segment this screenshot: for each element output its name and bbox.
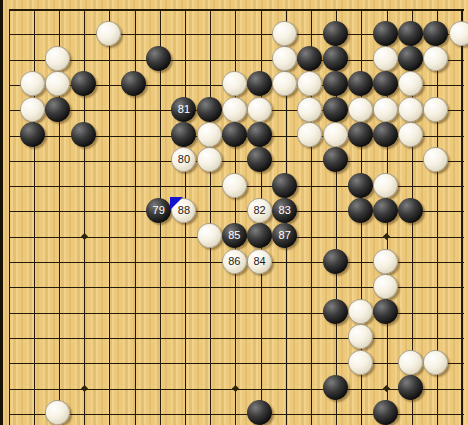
white-stone[interactable] bbox=[423, 46, 448, 71]
move-number-label: 81 bbox=[178, 104, 190, 115]
black-stone[interactable] bbox=[20, 122, 45, 147]
black-stone[interactable] bbox=[323, 71, 348, 96]
black-stone[interactable]: 79 bbox=[146, 198, 171, 223]
go-board[interactable]: 81807988828385878684 bbox=[0, 0, 468, 425]
black-stone[interactable] bbox=[121, 71, 146, 96]
black-stone[interactable] bbox=[323, 147, 348, 172]
white-stone[interactable] bbox=[423, 97, 448, 122]
black-stone[interactable] bbox=[348, 122, 373, 147]
grid-line-horizontal bbox=[9, 9, 465, 11]
white-stone[interactable] bbox=[197, 223, 222, 248]
black-stone[interactable] bbox=[45, 97, 70, 122]
black-stone[interactable] bbox=[323, 375, 348, 400]
white-stone[interactable] bbox=[348, 299, 373, 324]
white-stone[interactable] bbox=[373, 97, 398, 122]
white-stone[interactable] bbox=[247, 97, 272, 122]
black-stone[interactable] bbox=[323, 299, 348, 324]
blue-triangle-marker bbox=[170, 197, 183, 210]
white-stone[interactable] bbox=[297, 71, 322, 96]
white-stone[interactable] bbox=[323, 122, 348, 147]
white-stone[interactable] bbox=[373, 249, 398, 274]
white-stone[interactable] bbox=[449, 21, 468, 46]
white-stone[interactable] bbox=[222, 173, 247, 198]
black-stone[interactable] bbox=[323, 249, 348, 274]
black-stone[interactable]: 81 bbox=[171, 97, 196, 122]
white-stone[interactable] bbox=[45, 71, 70, 96]
black-stone[interactable] bbox=[398, 21, 423, 46]
white-stone[interactable] bbox=[197, 147, 222, 172]
black-stone[interactable] bbox=[373, 21, 398, 46]
white-stone[interactable]: 84 bbox=[247, 249, 272, 274]
black-stone[interactable] bbox=[247, 71, 272, 96]
black-stone[interactable] bbox=[398, 375, 423, 400]
white-stone[interactable] bbox=[45, 46, 70, 71]
star-point bbox=[232, 385, 239, 392]
white-stone[interactable] bbox=[20, 71, 45, 96]
black-stone[interactable] bbox=[348, 71, 373, 96]
black-stone[interactable] bbox=[373, 71, 398, 96]
black-stone[interactable] bbox=[398, 198, 423, 223]
white-stone[interactable] bbox=[20, 97, 45, 122]
white-stone[interactable] bbox=[272, 46, 297, 71]
white-stone[interactable] bbox=[297, 122, 322, 147]
white-stone[interactable] bbox=[423, 147, 448, 172]
white-stone[interactable] bbox=[348, 324, 373, 349]
white-stone[interactable]: 86 bbox=[222, 249, 247, 274]
black-stone[interactable] bbox=[323, 97, 348, 122]
black-stone[interactable] bbox=[373, 299, 398, 324]
black-stone[interactable]: 83 bbox=[272, 198, 297, 223]
move-number-label: 86 bbox=[228, 256, 240, 267]
black-stone[interactable]: 85 bbox=[222, 223, 247, 248]
black-stone[interactable] bbox=[222, 122, 247, 147]
black-stone[interactable] bbox=[323, 21, 348, 46]
board-left-frame bbox=[0, 0, 3, 425]
move-number-label: 82 bbox=[253, 205, 265, 216]
white-stone[interactable] bbox=[398, 97, 423, 122]
black-stone[interactable] bbox=[247, 223, 272, 248]
black-stone[interactable] bbox=[373, 198, 398, 223]
black-stone[interactable] bbox=[247, 122, 272, 147]
white-stone[interactable] bbox=[272, 71, 297, 96]
white-stone[interactable] bbox=[348, 97, 373, 122]
move-number-label: 80 bbox=[178, 154, 190, 165]
black-stone[interactable] bbox=[247, 400, 272, 425]
black-stone[interactable] bbox=[373, 400, 398, 425]
white-stone[interactable] bbox=[373, 46, 398, 71]
black-stone[interactable] bbox=[348, 198, 373, 223]
white-stone[interactable] bbox=[222, 97, 247, 122]
black-stone[interactable] bbox=[323, 46, 348, 71]
move-number-label: 84 bbox=[253, 256, 265, 267]
move-number-label: 85 bbox=[228, 230, 240, 241]
black-stone[interactable] bbox=[247, 147, 272, 172]
move-number-label: 87 bbox=[279, 230, 291, 241]
move-number-label: 83 bbox=[279, 205, 291, 216]
white-stone[interactable] bbox=[423, 350, 448, 375]
white-stone[interactable] bbox=[373, 173, 398, 198]
move-number-label: 79 bbox=[153, 205, 165, 216]
star-point bbox=[81, 233, 88, 240]
star-point bbox=[81, 385, 88, 392]
white-stone[interactable] bbox=[297, 97, 322, 122]
black-stone[interactable] bbox=[146, 46, 171, 71]
black-stone[interactable] bbox=[423, 21, 448, 46]
black-stone[interactable] bbox=[71, 71, 96, 96]
white-stone[interactable]: 82 bbox=[247, 198, 272, 223]
star-point bbox=[383, 385, 390, 392]
white-stone[interactable] bbox=[222, 71, 247, 96]
white-stone[interactable] bbox=[197, 122, 222, 147]
white-stone[interactable]: 80 bbox=[171, 147, 196, 172]
black-stone[interactable] bbox=[398, 46, 423, 71]
black-stone[interactable] bbox=[171, 122, 196, 147]
black-stone[interactable] bbox=[297, 46, 322, 71]
black-stone[interactable] bbox=[373, 122, 398, 147]
grid-line-horizontal bbox=[9, 363, 465, 364]
white-stone[interactable] bbox=[45, 400, 70, 425]
white-stone[interactable] bbox=[96, 21, 121, 46]
white-stone[interactable] bbox=[348, 350, 373, 375]
black-stone[interactable] bbox=[348, 173, 373, 198]
white-stone[interactable] bbox=[272, 21, 297, 46]
white-stone[interactable] bbox=[373, 274, 398, 299]
white-stone[interactable] bbox=[398, 71, 423, 96]
white-stone[interactable] bbox=[398, 122, 423, 147]
grid-line-horizontal bbox=[9, 338, 465, 339]
star-point bbox=[383, 233, 390, 240]
grid-line-horizontal bbox=[9, 161, 465, 162]
black-stone[interactable] bbox=[197, 97, 222, 122]
black-stone[interactable] bbox=[71, 122, 96, 147]
black-stone[interactable]: 87 bbox=[272, 223, 297, 248]
black-stone[interactable] bbox=[272, 173, 297, 198]
white-stone[interactable] bbox=[398, 350, 423, 375]
